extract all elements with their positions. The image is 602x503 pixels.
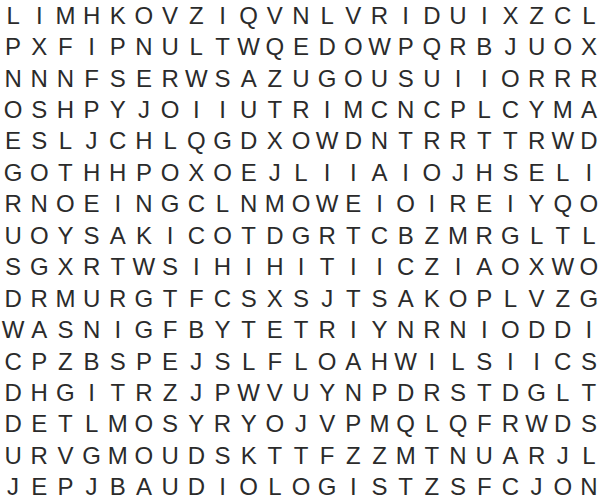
grid-cell[interactable]: R bbox=[26, 283, 52, 314]
grid-cell[interactable]: M bbox=[52, 283, 78, 314]
grid-cell[interactable]: C bbox=[550, 346, 576, 377]
grid-cell[interactable]: I bbox=[340, 314, 366, 345]
grid-cell[interactable]: M bbox=[393, 440, 419, 471]
grid-cell[interactable]: R bbox=[419, 126, 445, 157]
grid-cell[interactable]: M bbox=[366, 409, 392, 440]
grid-cell[interactable]: M bbox=[550, 94, 576, 125]
grid-cell[interactable]: T bbox=[340, 283, 366, 314]
grid-cell[interactable]: S bbox=[288, 283, 314, 314]
grid-cell[interactable]: Y bbox=[314, 377, 340, 408]
grid-cell[interactable]: P bbox=[471, 283, 497, 314]
grid-cell[interactable]: S bbox=[236, 283, 262, 314]
grid-cell[interactable]: L bbox=[314, 0, 340, 31]
grid-cell[interactable]: U bbox=[366, 63, 392, 94]
grid-cell[interactable]: M bbox=[52, 0, 78, 31]
grid-cell[interactable]: S bbox=[157, 252, 183, 283]
grid-cell[interactable]: P bbox=[340, 409, 366, 440]
grid-cell[interactable]: I bbox=[497, 189, 523, 220]
grid-cell[interactable]: O bbox=[393, 189, 419, 220]
grid-cell[interactable]: S bbox=[209, 63, 235, 94]
grid-cell[interactable]: R bbox=[523, 126, 549, 157]
grid-cell[interactable]: L bbox=[183, 31, 209, 62]
grid-cell[interactable]: S bbox=[26, 94, 52, 125]
grid-cell[interactable]: P bbox=[105, 31, 131, 62]
grid-cell[interactable]: B bbox=[393, 220, 419, 251]
grid-cell[interactable]: N bbox=[366, 126, 392, 157]
grid-cell[interactable]: T bbox=[236, 314, 262, 345]
grid-cell[interactable]: P bbox=[0, 31, 26, 62]
grid-cell[interactable]: A bbox=[340, 346, 366, 377]
grid-cell[interactable]: O bbox=[497, 314, 523, 345]
grid-cell[interactable]: U bbox=[236, 94, 262, 125]
grid-cell[interactable]: I bbox=[209, 472, 235, 503]
grid-cell[interactable]: T bbox=[314, 252, 340, 283]
grid-cell[interactable]: G bbox=[288, 220, 314, 251]
grid-cell[interactable]: D bbox=[576, 126, 602, 157]
grid-cell[interactable]: N bbox=[340, 377, 366, 408]
grid-cell[interactable]: R bbox=[523, 440, 549, 471]
grid-cell[interactable]: O bbox=[209, 220, 235, 251]
grid-cell[interactable]: L bbox=[576, 220, 602, 251]
grid-cell[interactable]: Y bbox=[523, 189, 549, 220]
grid-cell[interactable]: W bbox=[523, 409, 549, 440]
grid-cell[interactable]: T bbox=[262, 94, 288, 125]
grid-cell[interactable]: I bbox=[471, 0, 497, 31]
grid-cell[interactable]: F bbox=[262, 346, 288, 377]
grid-cell[interactable]: O bbox=[157, 157, 183, 188]
grid-cell[interactable]: F bbox=[471, 472, 497, 503]
grid-cell[interactable]: P bbox=[26, 346, 52, 377]
grid-cell[interactable]: N bbox=[52, 63, 78, 94]
grid-cell[interactable]: H bbox=[262, 252, 288, 283]
grid-cell[interactable]: X bbox=[262, 126, 288, 157]
grid-cell[interactable]: R bbox=[576, 63, 602, 94]
grid-cell[interactable]: G bbox=[314, 472, 340, 503]
grid-cell[interactable]: H bbox=[79, 0, 105, 31]
grid-cell[interactable]: G bbox=[209, 126, 235, 157]
grid-cell[interactable]: W bbox=[314, 189, 340, 220]
grid-cell[interactable]: G bbox=[52, 377, 78, 408]
grid-cell[interactable]: I bbox=[340, 472, 366, 503]
grid-cell[interactable]: Y bbox=[209, 314, 235, 345]
grid-cell[interactable]: H bbox=[209, 252, 235, 283]
grid-cell[interactable]: Z bbox=[183, 0, 209, 31]
grid-cell[interactable]: U bbox=[79, 283, 105, 314]
grid-cell[interactable]: N bbox=[26, 63, 52, 94]
grid-cell[interactable]: O bbox=[288, 189, 314, 220]
grid-cell[interactable]: R bbox=[419, 377, 445, 408]
grid-cell[interactable]: O bbox=[576, 252, 602, 283]
grid-cell[interactable]: S bbox=[471, 346, 497, 377]
grid-cell[interactable]: V bbox=[523, 283, 549, 314]
grid-cell[interactable]: V bbox=[157, 0, 183, 31]
grid-cell[interactable]: U bbox=[157, 31, 183, 62]
grid-cell[interactable]: R bbox=[314, 314, 340, 345]
grid-cell[interactable]: E bbox=[340, 189, 366, 220]
grid-cell[interactable]: R bbox=[209, 409, 235, 440]
grid-cell[interactable]: G bbox=[157, 189, 183, 220]
grid-cell[interactable]: N bbox=[393, 94, 419, 125]
grid-cell[interactable]: I bbox=[314, 94, 340, 125]
grid-cell[interactable]: V bbox=[340, 0, 366, 31]
grid-cell[interactable]: L bbox=[209, 189, 235, 220]
grid-cell[interactable]: I bbox=[157, 220, 183, 251]
grid-cell[interactable]: U bbox=[0, 440, 26, 471]
grid-cell[interactable]: I bbox=[366, 189, 392, 220]
grid-cell[interactable]: T bbox=[105, 252, 131, 283]
grid-cell[interactable]: H bbox=[105, 157, 131, 188]
grid-cell[interactable]: E bbox=[131, 63, 157, 94]
grid-cell[interactable]: W bbox=[236, 377, 262, 408]
grid-cell[interactable]: D bbox=[550, 409, 576, 440]
grid-cell[interactable]: L bbox=[576, 0, 602, 31]
grid-cell[interactable]: T bbox=[209, 31, 235, 62]
grid-cell[interactable]: O bbox=[131, 440, 157, 471]
grid-cell[interactable]: L bbox=[52, 126, 78, 157]
grid-cell[interactable]: W bbox=[366, 31, 392, 62]
grid-cell[interactable]: Z bbox=[366, 440, 392, 471]
grid-cell[interactable]: U bbox=[288, 377, 314, 408]
grid-cell[interactable]: A bbox=[236, 63, 262, 94]
grid-cell[interactable]: B bbox=[105, 472, 131, 503]
grid-cell[interactable]: Y bbox=[236, 409, 262, 440]
grid-cell[interactable]: S bbox=[497, 157, 523, 188]
grid-cell[interactable]: L bbox=[0, 0, 26, 31]
grid-cell[interactable]: X bbox=[262, 283, 288, 314]
grid-cell[interactable]: F bbox=[79, 63, 105, 94]
grid-cell[interactable]: J bbox=[79, 126, 105, 157]
grid-cell[interactable]: U bbox=[523, 31, 549, 62]
grid-cell[interactable]: L bbox=[497, 283, 523, 314]
grid-cell[interactable]: T bbox=[576, 377, 602, 408]
grid-cell[interactable]: X bbox=[497, 0, 523, 31]
grid-cell[interactable]: I bbox=[236, 252, 262, 283]
grid-cell[interactable]: D bbox=[419, 0, 445, 31]
grid-cell[interactable]: O bbox=[131, 409, 157, 440]
grid-cell[interactable]: C bbox=[497, 472, 523, 503]
grid-cell[interactable]: L bbox=[236, 346, 262, 377]
grid-cell[interactable]: H bbox=[131, 126, 157, 157]
grid-cell[interactable]: H bbox=[26, 377, 52, 408]
grid-cell[interactable]: F bbox=[183, 283, 209, 314]
grid-cell[interactable]: T bbox=[393, 126, 419, 157]
grid-cell[interactable]: T bbox=[52, 409, 78, 440]
grid-cell[interactable]: D bbox=[340, 126, 366, 157]
grid-cell[interactable]: C bbox=[183, 220, 209, 251]
grid-cell[interactable]: B bbox=[471, 31, 497, 62]
grid-cell[interactable]: O bbox=[497, 63, 523, 94]
grid-cell[interactable]: C bbox=[497, 94, 523, 125]
grid-cell[interactable]: U bbox=[0, 220, 26, 251]
grid-cell[interactable]: C bbox=[105, 126, 131, 157]
grid-cell[interactable]: O bbox=[314, 346, 340, 377]
grid-cell[interactable]: O bbox=[497, 252, 523, 283]
grid-cell[interactable]: P bbox=[79, 94, 105, 125]
grid-cell[interactable]: I bbox=[105, 314, 131, 345]
grid-cell[interactable]: E bbox=[0, 126, 26, 157]
grid-cell[interactable]: J bbox=[314, 283, 340, 314]
grid-cell[interactable]: I bbox=[79, 377, 105, 408]
grid-cell[interactable]: I bbox=[497, 346, 523, 377]
grid-cell[interactable]: D bbox=[262, 220, 288, 251]
grid-cell[interactable]: H bbox=[52, 94, 78, 125]
grid-cell[interactable]: P bbox=[131, 346, 157, 377]
grid-cell[interactable]: Z bbox=[419, 220, 445, 251]
grid-cell[interactable]: R bbox=[550, 63, 576, 94]
grid-cell[interactable]: O bbox=[445, 283, 471, 314]
grid-cell[interactable]: T bbox=[105, 377, 131, 408]
grid-cell[interactable]: U bbox=[471, 440, 497, 471]
grid-cell[interactable]: R bbox=[497, 409, 523, 440]
grid-cell[interactable]: L bbox=[288, 346, 314, 377]
grid-cell[interactable]: R bbox=[288, 94, 314, 125]
grid-cell[interactable]: C bbox=[366, 94, 392, 125]
grid-cell[interactable]: I bbox=[576, 314, 602, 345]
grid-cell[interactable]: A bbox=[497, 440, 523, 471]
grid-cell[interactable]: K bbox=[419, 283, 445, 314]
grid-cell[interactable]: D bbox=[550, 314, 576, 345]
grid-cell[interactable]: N bbox=[131, 31, 157, 62]
grid-cell[interactable]: A bbox=[576, 94, 602, 125]
grid-cell[interactable]: N bbox=[131, 189, 157, 220]
grid-cell[interactable]: Z bbox=[262, 63, 288, 94]
grid-cell[interactable]: I bbox=[445, 252, 471, 283]
grid-cell[interactable]: J bbox=[0, 472, 26, 503]
grid-cell[interactable]: L bbox=[550, 157, 576, 188]
grid-cell[interactable]: O bbox=[26, 220, 52, 251]
grid-cell[interactable]: R bbox=[314, 220, 340, 251]
grid-cell[interactable]: N bbox=[236, 189, 262, 220]
grid-cell[interactable]: Z bbox=[157, 377, 183, 408]
grid-cell[interactable]: R bbox=[445, 189, 471, 220]
grid-cell[interactable]: S bbox=[576, 409, 602, 440]
grid-cell[interactable]: R bbox=[523, 63, 549, 94]
grid-cell[interactable]: K bbox=[236, 440, 262, 471]
grid-cell[interactable]: G bbox=[0, 157, 26, 188]
grid-cell[interactable]: L bbox=[471, 94, 497, 125]
grid-cell[interactable]: Y bbox=[52, 220, 78, 251]
grid-cell[interactable]: F bbox=[157, 314, 183, 345]
grid-cell[interactable]: T bbox=[262, 440, 288, 471]
grid-cell[interactable]: N bbox=[0, 63, 26, 94]
grid-cell[interactable]: R bbox=[366, 0, 392, 31]
grid-cell[interactable]: N bbox=[26, 189, 52, 220]
grid-cell[interactable]: G bbox=[576, 283, 602, 314]
grid-cell[interactable]: D bbox=[0, 283, 26, 314]
grid-cell[interactable]: S bbox=[393, 63, 419, 94]
grid-cell[interactable]: R bbox=[79, 252, 105, 283]
grid-cell[interactable]: O bbox=[550, 31, 576, 62]
grid-cell[interactable]: G bbox=[523, 377, 549, 408]
grid-cell[interactable]: I bbox=[209, 0, 235, 31]
grid-cell[interactable]: Q bbox=[262, 31, 288, 62]
grid-cell[interactable]: M bbox=[262, 189, 288, 220]
grid-cell[interactable]: O bbox=[157, 94, 183, 125]
grid-cell[interactable]: M bbox=[105, 409, 131, 440]
grid-cell[interactable]: R bbox=[0, 189, 26, 220]
grid-cell[interactable]: T bbox=[236, 220, 262, 251]
grid-cell[interactable]: W bbox=[183, 63, 209, 94]
grid-cell[interactable]: V bbox=[262, 377, 288, 408]
grid-cell[interactable]: U bbox=[419, 63, 445, 94]
grid-cell[interactable]: E bbox=[236, 157, 262, 188]
grid-cell[interactable]: O bbox=[26, 157, 52, 188]
grid-cell[interactable]: J bbox=[262, 157, 288, 188]
grid-cell[interactable]: E bbox=[79, 189, 105, 220]
grid-cell[interactable]: I bbox=[26, 0, 52, 31]
grid-cell[interactable]: I bbox=[393, 0, 419, 31]
grid-cell[interactable]: L bbox=[157, 126, 183, 157]
grid-cell[interactable]: N bbox=[393, 314, 419, 345]
grid-cell[interactable]: Q bbox=[236, 0, 262, 31]
grid-cell[interactable]: F bbox=[314, 440, 340, 471]
grid-cell[interactable]: S bbox=[157, 409, 183, 440]
grid-cell[interactable]: D bbox=[236, 126, 262, 157]
grid-cell[interactable]: R bbox=[26, 440, 52, 471]
grid-cell[interactable]: I bbox=[523, 346, 549, 377]
grid-cell[interactable]: W bbox=[393, 346, 419, 377]
grid-cell[interactable]: V bbox=[314, 409, 340, 440]
grid-cell[interactable]: S bbox=[209, 346, 235, 377]
grid-cell[interactable]: C bbox=[550, 0, 576, 31]
grid-cell[interactable]: A bbox=[131, 472, 157, 503]
grid-cell[interactable]: I bbox=[340, 252, 366, 283]
grid-cell[interactable]: P bbox=[366, 377, 392, 408]
grid-cell[interactable]: G bbox=[314, 63, 340, 94]
grid-cell[interactable]: I bbox=[183, 252, 209, 283]
grid-cell[interactable]: L bbox=[288, 157, 314, 188]
grid-cell[interactable]: D bbox=[314, 31, 340, 62]
grid-cell[interactable]: W bbox=[131, 252, 157, 283]
grid-cell[interactable]: E bbox=[26, 472, 52, 503]
grid-cell[interactable]: D bbox=[523, 314, 549, 345]
grid-cell[interactable]: K bbox=[105, 0, 131, 31]
grid-cell[interactable]: S bbox=[445, 377, 471, 408]
grid-cell[interactable]: S bbox=[79, 220, 105, 251]
grid-cell[interactable]: U bbox=[157, 472, 183, 503]
grid-cell[interactable]: I bbox=[471, 314, 497, 345]
grid-cell[interactable]: J bbox=[288, 409, 314, 440]
grid-cell[interactable]: L bbox=[550, 377, 576, 408]
grid-cell[interactable]: I bbox=[288, 252, 314, 283]
grid-cell[interactable]: S bbox=[576, 346, 602, 377]
grid-cell[interactable]: T bbox=[550, 220, 576, 251]
grid-cell[interactable]: S bbox=[366, 283, 392, 314]
grid-cell[interactable]: R bbox=[419, 314, 445, 345]
grid-cell[interactable]: N bbox=[445, 314, 471, 345]
grid-cell[interactable]: T bbox=[288, 314, 314, 345]
grid-cell[interactable]: D bbox=[393, 377, 419, 408]
grid-cell[interactable]: Q bbox=[419, 31, 445, 62]
grid-cell[interactable]: O bbox=[209, 157, 235, 188]
grid-cell[interactable]: O bbox=[288, 126, 314, 157]
grid-cell[interactable]: W bbox=[550, 126, 576, 157]
grid-cell[interactable]: U bbox=[288, 63, 314, 94]
grid-cell[interactable]: S bbox=[105, 346, 131, 377]
grid-cell[interactable]: T bbox=[52, 157, 78, 188]
grid-cell[interactable]: I bbox=[340, 157, 366, 188]
grid-cell[interactable]: E bbox=[262, 314, 288, 345]
grid-cell[interactable]: Y bbox=[523, 94, 549, 125]
grid-cell[interactable]: Z bbox=[523, 0, 549, 31]
grid-cell[interactable]: J bbox=[131, 94, 157, 125]
grid-cell[interactable]: E bbox=[157, 346, 183, 377]
grid-cell[interactable]: I bbox=[393, 157, 419, 188]
grid-cell[interactable]: E bbox=[288, 31, 314, 62]
grid-cell[interactable]: E bbox=[523, 157, 549, 188]
grid-cell[interactable]: S bbox=[445, 472, 471, 503]
grid-cell[interactable]: X bbox=[523, 252, 549, 283]
grid-cell[interactable]: O bbox=[419, 157, 445, 188]
grid-cell[interactable]: F bbox=[52, 31, 78, 62]
grid-cell[interactable]: I bbox=[419, 346, 445, 377]
grid-cell[interactable]: G bbox=[131, 283, 157, 314]
grid-cell[interactable]: Z bbox=[52, 346, 78, 377]
grid-cell[interactable]: X bbox=[183, 157, 209, 188]
grid-cell[interactable]: N bbox=[288, 0, 314, 31]
grid-cell[interactable]: S bbox=[0, 252, 26, 283]
grid-cell[interactable]: H bbox=[366, 346, 392, 377]
grid-cell[interactable]: L bbox=[576, 440, 602, 471]
grid-cell[interactable]: Q bbox=[550, 189, 576, 220]
grid-cell[interactable]: X bbox=[26, 31, 52, 62]
grid-cell[interactable]: I bbox=[576, 157, 602, 188]
grid-cell[interactable]: X bbox=[576, 31, 602, 62]
grid-cell[interactable]: T bbox=[340, 220, 366, 251]
grid-cell[interactable]: J bbox=[183, 377, 209, 408]
grid-cell[interactable]: G bbox=[131, 314, 157, 345]
grid-cell[interactable]: N bbox=[79, 314, 105, 345]
grid-cell[interactable]: W bbox=[314, 126, 340, 157]
grid-cell[interactable]: J bbox=[79, 472, 105, 503]
grid-cell[interactable]: J bbox=[497, 31, 523, 62]
grid-cell[interactable]: S bbox=[209, 440, 235, 471]
grid-cell[interactable]: I bbox=[314, 157, 340, 188]
grid-cell[interactable]: T bbox=[393, 472, 419, 503]
grid-cell[interactable]: O bbox=[576, 189, 602, 220]
grid-cell[interactable]: C bbox=[209, 283, 235, 314]
grid-cell[interactable]: F bbox=[471, 409, 497, 440]
grid-cell[interactable]: I bbox=[445, 63, 471, 94]
grid-cell[interactable]: W bbox=[236, 31, 262, 62]
grid-cell[interactable]: G bbox=[26, 252, 52, 283]
grid-cell[interactable]: D bbox=[497, 377, 523, 408]
grid-cell[interactable]: G bbox=[497, 220, 523, 251]
grid-cell[interactable]: D bbox=[183, 472, 209, 503]
grid-cell[interactable]: T bbox=[471, 377, 497, 408]
grid-cell[interactable]: E bbox=[471, 189, 497, 220]
grid-cell[interactable]: O bbox=[340, 31, 366, 62]
grid-cell[interactable]: T bbox=[497, 126, 523, 157]
grid-cell[interactable]: D bbox=[0, 377, 26, 408]
grid-cell[interactable]: N bbox=[576, 472, 602, 503]
grid-cell[interactable]: P bbox=[445, 94, 471, 125]
grid-cell[interactable]: O bbox=[288, 472, 314, 503]
grid-cell[interactable]: N bbox=[445, 440, 471, 471]
grid-cell[interactable]: Z bbox=[419, 472, 445, 503]
grid-cell[interactable]: E bbox=[26, 409, 52, 440]
grid-cell[interactable]: R bbox=[157, 63, 183, 94]
grid-cell[interactable]: X bbox=[52, 252, 78, 283]
grid-cell[interactable]: J bbox=[445, 157, 471, 188]
grid-cell[interactable]: O bbox=[262, 409, 288, 440]
grid-cell[interactable]: P bbox=[52, 472, 78, 503]
grid-cell[interactable]: S bbox=[366, 472, 392, 503]
grid-cell[interactable]: Z bbox=[340, 440, 366, 471]
grid-cell[interactable]: S bbox=[105, 63, 131, 94]
grid-cell[interactable]: H bbox=[471, 157, 497, 188]
grid-cell[interactable]: H bbox=[79, 157, 105, 188]
